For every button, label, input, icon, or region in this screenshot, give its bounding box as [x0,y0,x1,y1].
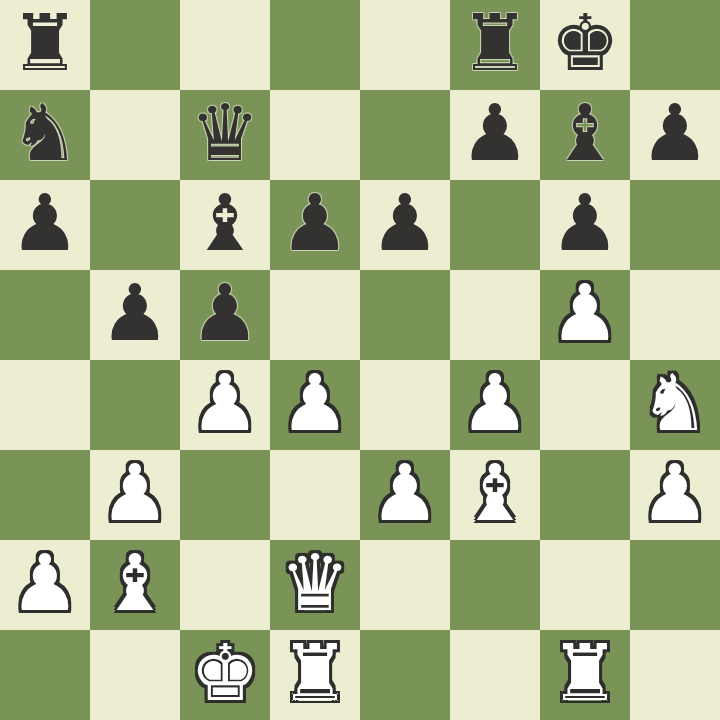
square-d8[interactable] [270,0,360,90]
square-e7[interactable] [360,90,450,180]
square-g2[interactable] [540,540,630,630]
square-g5[interactable]: ♟ [540,270,630,360]
square-c3[interactable] [180,450,270,540]
piece-black-rook[interactable]: ♜ [10,0,80,88]
piece-white-pawn[interactable]: ♟ [100,448,170,538]
square-d4[interactable]: ♟ [270,360,360,450]
piece-white-knight[interactable]: ♞ [640,358,710,448]
piece-black-king[interactable]: ♚ [550,0,620,88]
piece-white-rook[interactable]: ♜ [280,628,350,718]
square-c5[interactable]: ♟ [180,270,270,360]
piece-white-pawn[interactable]: ♟ [550,268,620,358]
square-e4[interactable] [360,360,450,450]
square-e1[interactable] [360,630,450,720]
piece-white-bishop[interactable]: ♝ [460,448,530,538]
square-b3[interactable]: ♟ [90,450,180,540]
square-c1[interactable]: ♚ [180,630,270,720]
piece-black-knight[interactable]: ♞ [10,88,80,178]
square-e3[interactable]: ♟ [360,450,450,540]
square-a5[interactable] [0,270,90,360]
square-h7[interactable]: ♟ [630,90,720,180]
piece-white-king[interactable]: ♚ [190,628,260,718]
square-h3[interactable]: ♟ [630,450,720,540]
square-a3[interactable] [0,450,90,540]
square-b8[interactable] [90,0,180,90]
square-h5[interactable] [630,270,720,360]
piece-black-queen[interactable]: ♛ [190,88,260,178]
square-e2[interactable] [360,540,450,630]
square-d1[interactable]: ♜ [270,630,360,720]
piece-white-pawn[interactable]: ♟ [370,448,440,538]
square-f3[interactable]: ♝ [450,450,540,540]
square-h4[interactable]: ♞ [630,360,720,450]
square-f8[interactable]: ♜ [450,0,540,90]
square-h6[interactable] [630,180,720,270]
piece-white-queen[interactable]: ♛ [280,538,350,628]
square-d2[interactable]: ♛ [270,540,360,630]
square-a4[interactable] [0,360,90,450]
piece-white-rook[interactable]: ♜ [550,628,620,718]
piece-black-pawn[interactable]: ♟ [10,178,80,268]
square-g1[interactable]: ♜ [540,630,630,720]
square-d3[interactable] [270,450,360,540]
piece-white-pawn[interactable]: ♟ [10,538,80,628]
square-f7[interactable]: ♟ [450,90,540,180]
square-a6[interactable]: ♟ [0,180,90,270]
square-f2[interactable] [450,540,540,630]
square-b1[interactable] [90,630,180,720]
square-b4[interactable] [90,360,180,450]
piece-black-pawn[interactable]: ♟ [640,88,710,178]
piece-black-pawn[interactable]: ♟ [280,178,350,268]
square-e5[interactable] [360,270,450,360]
square-e6[interactable]: ♟ [360,180,450,270]
piece-black-bishop[interactable]: ♝ [190,178,260,268]
square-c4[interactable]: ♟ [180,360,270,450]
square-c2[interactable] [180,540,270,630]
square-d5[interactable] [270,270,360,360]
piece-white-pawn[interactable]: ♟ [460,358,530,448]
square-f1[interactable] [450,630,540,720]
square-b2[interactable]: ♝ [90,540,180,630]
piece-black-pawn[interactable]: ♟ [100,268,170,358]
square-b5[interactable]: ♟ [90,270,180,360]
piece-white-pawn[interactable]: ♟ [280,358,350,448]
piece-white-pawn[interactable]: ♟ [640,448,710,538]
square-d7[interactable] [270,90,360,180]
square-c6[interactable]: ♝ [180,180,270,270]
square-b6[interactable] [90,180,180,270]
piece-white-pawn[interactable]: ♟ [190,358,260,448]
square-a2[interactable]: ♟ [0,540,90,630]
square-c8[interactable] [180,0,270,90]
square-f5[interactable] [450,270,540,360]
square-a8[interactable]: ♜ [0,0,90,90]
piece-black-pawn[interactable]: ♟ [370,178,440,268]
square-f4[interactable]: ♟ [450,360,540,450]
square-g3[interactable] [540,450,630,540]
square-h1[interactable] [630,630,720,720]
square-c7[interactable]: ♛ [180,90,270,180]
square-d6[interactable]: ♟ [270,180,360,270]
square-g6[interactable]: ♟ [540,180,630,270]
piece-black-rook[interactable]: ♜ [460,0,530,88]
square-h8[interactable] [630,0,720,90]
square-g7[interactable]: ♝ [540,90,630,180]
square-h2[interactable] [630,540,720,630]
square-f6[interactable] [450,180,540,270]
square-g4[interactable] [540,360,630,450]
square-g8[interactable]: ♚ [540,0,630,90]
piece-black-bishop[interactable]: ♝ [550,88,620,178]
square-a1[interactable] [0,630,90,720]
piece-white-bishop[interactable]: ♝ [100,538,170,628]
piece-black-pawn[interactable]: ♟ [550,178,620,268]
square-a7[interactable]: ♞ [0,90,90,180]
chess-board: ♜♜♚♞♛♟♝♟♟♝♟♟♟♟♟♟♟♟♟♞♟♟♝♟♟♝♛♚♜♜ [0,0,720,720]
piece-black-pawn[interactable]: ♟ [190,268,260,358]
square-e8[interactable] [360,0,450,90]
square-b7[interactable] [90,90,180,180]
piece-black-pawn[interactable]: ♟ [460,88,530,178]
